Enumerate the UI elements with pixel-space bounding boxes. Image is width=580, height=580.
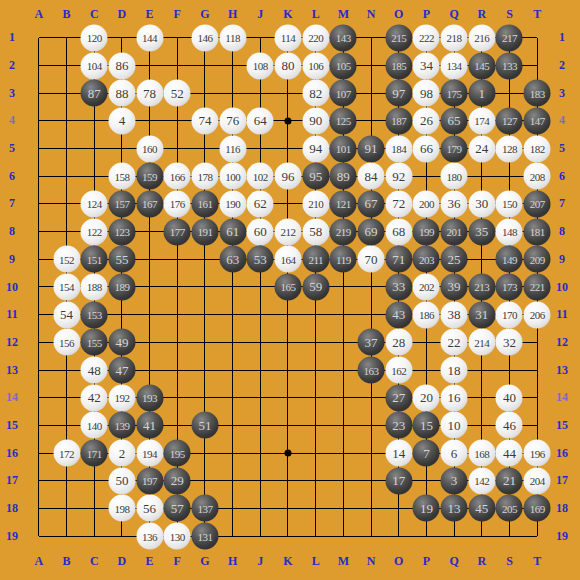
- point-O15[interactable]: 23: [385, 412, 413, 440]
- point-J11[interactable]: [246, 301, 274, 329]
- point-K9[interactable]: 164: [274, 245, 302, 273]
- point-C11[interactable]: 153: [80, 301, 108, 329]
- point-B11[interactable]: 54: [53, 301, 81, 329]
- point-R11[interactable]: 31: [468, 301, 496, 329]
- point-P13[interactable]: [413, 356, 441, 384]
- point-E18[interactable]: 56: [136, 495, 164, 523]
- point-O10[interactable]: 33: [385, 273, 413, 301]
- point-G17[interactable]: [191, 467, 219, 495]
- point-F3[interactable]: 52: [163, 79, 191, 107]
- point-Q14[interactable]: 16: [440, 384, 468, 412]
- point-L1[interactable]: 220: [302, 24, 330, 52]
- point-C18[interactable]: [80, 495, 108, 523]
- point-S15[interactable]: 46: [496, 412, 524, 440]
- point-R16[interactable]: 168: [468, 439, 496, 467]
- point-O9[interactable]: 71: [385, 245, 413, 273]
- point-J8[interactable]: 60: [246, 218, 274, 246]
- point-C13[interactable]: 48: [80, 356, 108, 384]
- point-B17[interactable]: [53, 467, 81, 495]
- point-L13[interactable]: [302, 356, 330, 384]
- point-Q6[interactable]: 180: [440, 162, 468, 190]
- point-Q19[interactable]: [440, 522, 468, 550]
- point-T14[interactable]: [523, 384, 551, 412]
- point-P3[interactable]: 98: [413, 79, 441, 107]
- point-Q3[interactable]: 175: [440, 79, 468, 107]
- point-N1[interactable]: [357, 24, 385, 52]
- point-F11[interactable]: [163, 301, 191, 329]
- point-O19[interactable]: [385, 522, 413, 550]
- point-R5[interactable]: 24: [468, 135, 496, 163]
- point-E5[interactable]: 160: [136, 135, 164, 163]
- point-P4[interactable]: 26: [413, 107, 441, 135]
- point-Q12[interactable]: 22: [440, 329, 468, 357]
- point-Q13[interactable]: 18: [440, 356, 468, 384]
- point-D10[interactable]: 189: [108, 273, 136, 301]
- point-S8[interactable]: 148: [496, 218, 524, 246]
- point-O1[interactable]: 215: [385, 24, 413, 52]
- point-K17[interactable]: [274, 467, 302, 495]
- point-C10[interactable]: 188: [80, 273, 108, 301]
- point-H1[interactable]: 118: [219, 24, 247, 52]
- point-F4[interactable]: [163, 107, 191, 135]
- point-D19[interactable]: [108, 522, 136, 550]
- point-R18[interactable]: 45: [468, 495, 496, 523]
- point-K10[interactable]: 165: [274, 273, 302, 301]
- point-R10[interactable]: 213: [468, 273, 496, 301]
- point-F19[interactable]: 130: [163, 522, 191, 550]
- point-S12[interactable]: 32: [496, 329, 524, 357]
- point-E19[interactable]: 136: [136, 522, 164, 550]
- point-J18[interactable]: [246, 495, 274, 523]
- point-K2[interactable]: 80: [274, 52, 302, 80]
- point-D8[interactable]: 123: [108, 218, 136, 246]
- point-P7[interactable]: 200: [413, 190, 441, 218]
- point-E6[interactable]: 159: [136, 162, 164, 190]
- point-E10[interactable]: [136, 273, 164, 301]
- point-O6[interactable]: 92: [385, 162, 413, 190]
- point-J6[interactable]: 102: [246, 162, 274, 190]
- point-E9[interactable]: [136, 245, 164, 273]
- point-A15[interactable]: [25, 412, 53, 440]
- point-C9[interactable]: 151: [80, 245, 108, 273]
- point-B12[interactable]: 156: [53, 329, 81, 357]
- point-N5[interactable]: 91: [357, 135, 385, 163]
- point-C7[interactable]: 124: [80, 190, 108, 218]
- point-P10[interactable]: 202: [413, 273, 441, 301]
- point-K8[interactable]: 212: [274, 218, 302, 246]
- point-H6[interactable]: 100: [219, 162, 247, 190]
- point-L7[interactable]: 210: [302, 190, 330, 218]
- point-F18[interactable]: 57: [163, 495, 191, 523]
- point-A19[interactable]: [25, 522, 53, 550]
- point-O16[interactable]: 14: [385, 439, 413, 467]
- point-J10[interactable]: [246, 273, 274, 301]
- point-M3[interactable]: 107: [330, 79, 358, 107]
- point-F10[interactable]: [163, 273, 191, 301]
- point-H10[interactable]: [219, 273, 247, 301]
- point-E3[interactable]: 78: [136, 79, 164, 107]
- point-H19[interactable]: [219, 522, 247, 550]
- point-D17[interactable]: 50: [108, 467, 136, 495]
- point-G14[interactable]: [191, 384, 219, 412]
- point-J5[interactable]: [246, 135, 274, 163]
- point-B1[interactable]: [53, 24, 81, 52]
- point-N3[interactable]: [357, 79, 385, 107]
- point-J12[interactable]: [246, 329, 274, 357]
- point-N2[interactable]: [357, 52, 385, 80]
- point-K18[interactable]: [274, 495, 302, 523]
- point-E7[interactable]: 167: [136, 190, 164, 218]
- point-O13[interactable]: 162: [385, 356, 413, 384]
- point-G11[interactable]: [191, 301, 219, 329]
- point-C4[interactable]: [80, 107, 108, 135]
- point-T12[interactable]: [523, 329, 551, 357]
- point-E13[interactable]: [136, 356, 164, 384]
- point-L15[interactable]: [302, 412, 330, 440]
- point-M6[interactable]: 89: [330, 162, 358, 190]
- point-H16[interactable]: [219, 439, 247, 467]
- point-A14[interactable]: [25, 384, 53, 412]
- point-M2[interactable]: 105: [330, 52, 358, 80]
- point-O8[interactable]: 68: [385, 218, 413, 246]
- point-J19[interactable]: [246, 522, 274, 550]
- point-A18[interactable]: [25, 495, 53, 523]
- point-C14[interactable]: 42: [80, 384, 108, 412]
- point-C16[interactable]: 171: [80, 439, 108, 467]
- point-K3[interactable]: [274, 79, 302, 107]
- point-T11[interactable]: 206: [523, 301, 551, 329]
- point-J15[interactable]: [246, 412, 274, 440]
- point-R15[interactable]: [468, 412, 496, 440]
- point-B7[interactable]: [53, 190, 81, 218]
- point-F17[interactable]: 29: [163, 467, 191, 495]
- point-C17[interactable]: [80, 467, 108, 495]
- point-S2[interactable]: 133: [496, 52, 524, 80]
- point-G9[interactable]: [191, 245, 219, 273]
- point-B13[interactable]: [53, 356, 81, 384]
- point-P11[interactable]: 186: [413, 301, 441, 329]
- point-D18[interactable]: 198: [108, 495, 136, 523]
- point-M12[interactable]: [330, 329, 358, 357]
- point-Q2[interactable]: 134: [440, 52, 468, 80]
- point-Q9[interactable]: 25: [440, 245, 468, 273]
- point-B15[interactable]: [53, 412, 81, 440]
- point-B16[interactable]: 172: [53, 439, 81, 467]
- point-M14[interactable]: [330, 384, 358, 412]
- point-R7[interactable]: 30: [468, 190, 496, 218]
- point-P5[interactable]: 66: [413, 135, 441, 163]
- point-S19[interactable]: [496, 522, 524, 550]
- point-N12[interactable]: 37: [357, 329, 385, 357]
- point-D15[interactable]: 139: [108, 412, 136, 440]
- point-R1[interactable]: 216: [468, 24, 496, 52]
- point-D13[interactable]: 47: [108, 356, 136, 384]
- point-S5[interactable]: 128: [496, 135, 524, 163]
- point-F8[interactable]: 177: [163, 218, 191, 246]
- point-N8[interactable]: 69: [357, 218, 385, 246]
- point-L2[interactable]: 106: [302, 52, 330, 80]
- point-D16[interactable]: 2: [108, 439, 136, 467]
- point-N9[interactable]: 70: [357, 245, 385, 273]
- point-Q18[interactable]: 13: [440, 495, 468, 523]
- point-M18[interactable]: [330, 495, 358, 523]
- point-D7[interactable]: 157: [108, 190, 136, 218]
- point-F13[interactable]: [163, 356, 191, 384]
- point-T8[interactable]: 181: [523, 218, 551, 246]
- point-A5[interactable]: [25, 135, 53, 163]
- point-N7[interactable]: 67: [357, 190, 385, 218]
- point-G5[interactable]: [191, 135, 219, 163]
- point-P8[interactable]: 199: [413, 218, 441, 246]
- point-H11[interactable]: [219, 301, 247, 329]
- point-L17[interactable]: [302, 467, 330, 495]
- point-P2[interactable]: 34: [413, 52, 441, 80]
- point-J1[interactable]: [246, 24, 274, 52]
- point-D5[interactable]: [108, 135, 136, 163]
- point-F12[interactable]: [163, 329, 191, 357]
- point-A2[interactable]: [25, 52, 53, 80]
- point-Q4[interactable]: 65: [440, 107, 468, 135]
- point-K11[interactable]: [274, 301, 302, 329]
- point-C6[interactable]: [80, 162, 108, 190]
- point-A13[interactable]: [25, 356, 53, 384]
- point-N13[interactable]: 163: [357, 356, 385, 384]
- point-Q1[interactable]: 218: [440, 24, 468, 52]
- point-T2[interactable]: [523, 52, 551, 80]
- point-N17[interactable]: [357, 467, 385, 495]
- point-G8[interactable]: 191: [191, 218, 219, 246]
- point-J9[interactable]: 53: [246, 245, 274, 273]
- point-C5[interactable]: [80, 135, 108, 163]
- point-P9[interactable]: 203: [413, 245, 441, 273]
- point-J13[interactable]: [246, 356, 274, 384]
- point-H4[interactable]: 76: [219, 107, 247, 135]
- point-T19[interactable]: [523, 522, 551, 550]
- point-S17[interactable]: 21: [496, 467, 524, 495]
- point-M7[interactable]: 121: [330, 190, 358, 218]
- point-N6[interactable]: 84: [357, 162, 385, 190]
- point-P6[interactable]: [413, 162, 441, 190]
- point-D4[interactable]: 4: [108, 107, 136, 135]
- point-S11[interactable]: 170: [496, 301, 524, 329]
- point-O18[interactable]: [385, 495, 413, 523]
- point-E14[interactable]: 193: [136, 384, 164, 412]
- point-L9[interactable]: 211: [302, 245, 330, 273]
- point-D2[interactable]: 86: [108, 52, 136, 80]
- point-J16[interactable]: [246, 439, 274, 467]
- point-K13[interactable]: [274, 356, 302, 384]
- point-H5[interactable]: 116: [219, 135, 247, 163]
- point-R9[interactable]: [468, 245, 496, 273]
- point-T9[interactable]: 209: [523, 245, 551, 273]
- point-N19[interactable]: [357, 522, 385, 550]
- point-K4[interactable]: [274, 107, 302, 135]
- point-L3[interactable]: 82: [302, 79, 330, 107]
- point-R12[interactable]: 214: [468, 329, 496, 357]
- point-Q11[interactable]: 38: [440, 301, 468, 329]
- point-K15[interactable]: [274, 412, 302, 440]
- point-M4[interactable]: 125: [330, 107, 358, 135]
- point-E4[interactable]: [136, 107, 164, 135]
- point-S13[interactable]: [496, 356, 524, 384]
- point-P12[interactable]: [413, 329, 441, 357]
- point-N14[interactable]: [357, 384, 385, 412]
- point-A1[interactable]: [25, 24, 53, 52]
- point-E1[interactable]: 144: [136, 24, 164, 52]
- point-F1[interactable]: [163, 24, 191, 52]
- point-G15[interactable]: 51: [191, 412, 219, 440]
- point-S18[interactable]: 205: [496, 495, 524, 523]
- point-G18[interactable]: 137: [191, 495, 219, 523]
- point-B6[interactable]: [53, 162, 81, 190]
- point-J14[interactable]: [246, 384, 274, 412]
- point-B18[interactable]: [53, 495, 81, 523]
- point-G2[interactable]: [191, 52, 219, 80]
- point-M9[interactable]: 119: [330, 245, 358, 273]
- point-T16[interactable]: 196: [523, 439, 551, 467]
- point-B14[interactable]: [53, 384, 81, 412]
- point-L18[interactable]: [302, 495, 330, 523]
- point-C2[interactable]: 104: [80, 52, 108, 80]
- point-P17[interactable]: [413, 467, 441, 495]
- point-A4[interactable]: [25, 107, 53, 135]
- point-L10[interactable]: 59: [302, 273, 330, 301]
- point-S14[interactable]: 40: [496, 384, 524, 412]
- point-H7[interactable]: 190: [219, 190, 247, 218]
- point-K19[interactable]: [274, 522, 302, 550]
- point-K6[interactable]: 96: [274, 162, 302, 190]
- point-T17[interactable]: 204: [523, 467, 551, 495]
- point-M13[interactable]: [330, 356, 358, 384]
- point-B10[interactable]: 154: [53, 273, 81, 301]
- point-H3[interactable]: [219, 79, 247, 107]
- point-M1[interactable]: 143: [330, 24, 358, 52]
- point-E8[interactable]: [136, 218, 164, 246]
- point-T3[interactable]: 183: [523, 79, 551, 107]
- point-A17[interactable]: [25, 467, 53, 495]
- point-D14[interactable]: 192: [108, 384, 136, 412]
- point-Q8[interactable]: 201: [440, 218, 468, 246]
- point-O17[interactable]: 17: [385, 467, 413, 495]
- point-Q5[interactable]: 179: [440, 135, 468, 163]
- point-H18[interactable]: [219, 495, 247, 523]
- point-F2[interactable]: [163, 52, 191, 80]
- point-T5[interactable]: 182: [523, 135, 551, 163]
- point-K7[interactable]: [274, 190, 302, 218]
- point-D3[interactable]: 88: [108, 79, 136, 107]
- point-L5[interactable]: 94: [302, 135, 330, 163]
- point-G10[interactable]: [191, 273, 219, 301]
- point-Q15[interactable]: 10: [440, 412, 468, 440]
- point-T10[interactable]: 221: [523, 273, 551, 301]
- point-O4[interactable]: 187: [385, 107, 413, 135]
- point-P1[interactable]: 222: [413, 24, 441, 52]
- point-H12[interactable]: [219, 329, 247, 357]
- point-L16[interactable]: [302, 439, 330, 467]
- point-G4[interactable]: 74: [191, 107, 219, 135]
- point-B19[interactable]: [53, 522, 81, 550]
- point-O11[interactable]: 43: [385, 301, 413, 329]
- point-N18[interactable]: [357, 495, 385, 523]
- point-J2[interactable]: 108: [246, 52, 274, 80]
- point-F16[interactable]: 195: [163, 439, 191, 467]
- point-H9[interactable]: 63: [219, 245, 247, 273]
- point-K16[interactable]: [274, 439, 302, 467]
- point-T18[interactable]: 169: [523, 495, 551, 523]
- point-H15[interactable]: [219, 412, 247, 440]
- point-B4[interactable]: [53, 107, 81, 135]
- point-E17[interactable]: 197: [136, 467, 164, 495]
- point-A3[interactable]: [25, 79, 53, 107]
- point-L4[interactable]: 90: [302, 107, 330, 135]
- point-K14[interactable]: [274, 384, 302, 412]
- point-G12[interactable]: [191, 329, 219, 357]
- point-H13[interactable]: [219, 356, 247, 384]
- point-A7[interactable]: [25, 190, 53, 218]
- point-C19[interactable]: [80, 522, 108, 550]
- point-P14[interactable]: 20: [413, 384, 441, 412]
- point-B5[interactable]: [53, 135, 81, 163]
- point-R3[interactable]: 1: [468, 79, 496, 107]
- point-F6[interactable]: 166: [163, 162, 191, 190]
- point-P15[interactable]: 15: [413, 412, 441, 440]
- point-Q17[interactable]: 3: [440, 467, 468, 495]
- point-L8[interactable]: 58: [302, 218, 330, 246]
- point-M19[interactable]: [330, 522, 358, 550]
- point-N4[interactable]: [357, 107, 385, 135]
- point-A11[interactable]: [25, 301, 53, 329]
- point-R6[interactable]: [468, 162, 496, 190]
- point-O12[interactable]: 28: [385, 329, 413, 357]
- point-R4[interactable]: 174: [468, 107, 496, 135]
- point-L11[interactable]: [302, 301, 330, 329]
- point-T13[interactable]: [523, 356, 551, 384]
- point-A16[interactable]: [25, 439, 53, 467]
- point-H8[interactable]: 61: [219, 218, 247, 246]
- point-H17[interactable]: [219, 467, 247, 495]
- point-G3[interactable]: [191, 79, 219, 107]
- point-O14[interactable]: 27: [385, 384, 413, 412]
- point-E12[interactable]: [136, 329, 164, 357]
- point-S9[interactable]: 149: [496, 245, 524, 273]
- point-H2[interactable]: [219, 52, 247, 80]
- point-O2[interactable]: 185: [385, 52, 413, 80]
- point-R14[interactable]: [468, 384, 496, 412]
- point-F7[interactable]: 176: [163, 190, 191, 218]
- point-B3[interactable]: [53, 79, 81, 107]
- point-J3[interactable]: [246, 79, 274, 107]
- point-G7[interactable]: 161: [191, 190, 219, 218]
- point-D11[interactable]: [108, 301, 136, 329]
- point-T4[interactable]: 147: [523, 107, 551, 135]
- point-A10[interactable]: [25, 273, 53, 301]
- point-N15[interactable]: [357, 412, 385, 440]
- point-M15[interactable]: [330, 412, 358, 440]
- point-H14[interactable]: [219, 384, 247, 412]
- point-C15[interactable]: 140: [80, 412, 108, 440]
- point-E2[interactable]: [136, 52, 164, 80]
- point-K1[interactable]: 114: [274, 24, 302, 52]
- point-C8[interactable]: 122: [80, 218, 108, 246]
- point-J7[interactable]: 62: [246, 190, 274, 218]
- point-P18[interactable]: 19: [413, 495, 441, 523]
- point-O3[interactable]: 97: [385, 79, 413, 107]
- point-J4[interactable]: 64: [246, 107, 274, 135]
- point-C1[interactable]: 120: [80, 24, 108, 52]
- point-R17[interactable]: 142: [468, 467, 496, 495]
- point-E11[interactable]: [136, 301, 164, 329]
- point-T1[interactable]: [523, 24, 551, 52]
